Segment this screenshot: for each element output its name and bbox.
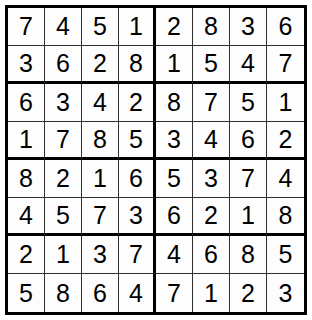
cell-r5c8[interactable]: 4 (267, 160, 304, 198)
cell-r7c1[interactable]: 2 (8, 236, 45, 274)
cell-r6c6[interactable]: 2 (193, 198, 230, 236)
cell-r5c2[interactable]: 2 (45, 160, 82, 198)
cell-r1c2[interactable]: 4 (45, 8, 82, 46)
cell-r1c4[interactable]: 1 (119, 8, 156, 46)
cell-r8c8[interactable]: 3 (267, 274, 304, 312)
cell-r2c5[interactable]: 1 (156, 46, 193, 84)
cell-r6c3[interactable]: 7 (82, 198, 119, 236)
cell-r6c8[interactable]: 8 (267, 198, 304, 236)
cell-r4c7[interactable]: 6 (230, 122, 267, 160)
cell-r7c8[interactable]: 5 (267, 236, 304, 274)
cell-r2c7[interactable]: 4 (230, 46, 267, 84)
cell-r1c7[interactable]: 3 (230, 8, 267, 46)
cell-r8c5[interactable]: 7 (156, 274, 193, 312)
cell-r3c6[interactable]: 7 (193, 84, 230, 122)
cell-r7c4[interactable]: 7 (119, 236, 156, 274)
cell-r4c1[interactable]: 1 (8, 122, 45, 160)
cell-r2c8[interactable]: 7 (267, 46, 304, 84)
cell-r3c2[interactable]: 3 (45, 84, 82, 122)
cell-r8c1[interactable]: 5 (8, 274, 45, 312)
cell-r6c1[interactable]: 4 (8, 198, 45, 236)
cell-r3c5[interactable]: 8 (156, 84, 193, 122)
cell-r4c6[interactable]: 4 (193, 122, 230, 160)
cell-r1c8[interactable]: 6 (267, 8, 304, 46)
cell-r7c3[interactable]: 3 (82, 236, 119, 274)
cell-r4c2[interactable]: 7 (45, 122, 82, 160)
cell-r8c4[interactable]: 4 (119, 274, 156, 312)
cell-r3c3[interactable]: 4 (82, 84, 119, 122)
cell-r7c2[interactable]: 1 (45, 236, 82, 274)
cell-r5c5[interactable]: 5 (156, 160, 193, 198)
cell-r6c4[interactable]: 3 (119, 198, 156, 236)
cell-r8c2[interactable]: 8 (45, 274, 82, 312)
cell-r2c6[interactable]: 5 (193, 46, 230, 84)
cell-r8c6[interactable]: 1 (193, 274, 230, 312)
cell-r7c7[interactable]: 8 (230, 236, 267, 274)
cell-r3c1[interactable]: 6 (8, 84, 45, 122)
cell-r1c5[interactable]: 2 (156, 8, 193, 46)
cell-r7c5[interactable]: 4 (156, 236, 193, 274)
cell-r1c1[interactable]: 7 (8, 8, 45, 46)
cell-r6c7[interactable]: 1 (230, 198, 267, 236)
cell-r5c1[interactable]: 8 (8, 160, 45, 198)
cell-r5c4[interactable]: 6 (119, 160, 156, 198)
cell-r6c2[interactable]: 5 (45, 198, 82, 236)
cell-r3c8[interactable]: 1 (267, 84, 304, 122)
cell-r2c1[interactable]: 3 (8, 46, 45, 84)
cell-r2c4[interactable]: 8 (119, 46, 156, 84)
cell-r2c3[interactable]: 2 (82, 46, 119, 84)
cell-r8c3[interactable]: 6 (82, 274, 119, 312)
cell-r6c5[interactable]: 6 (156, 198, 193, 236)
cell-r4c4[interactable]: 5 (119, 122, 156, 160)
cell-r3c7[interactable]: 5 (230, 84, 267, 122)
cell-r4c3[interactable]: 8 (82, 122, 119, 160)
cell-r8c7[interactable]: 2 (230, 274, 267, 312)
cell-r1c3[interactable]: 5 (82, 8, 119, 46)
cell-r5c3[interactable]: 1 (82, 160, 119, 198)
sudoku-board: 7451283636281547634287511785346282165374… (5, 5, 307, 315)
cell-r3c4[interactable]: 2 (119, 84, 156, 122)
cell-r4c8[interactable]: 2 (267, 122, 304, 160)
cell-r7c6[interactable]: 6 (193, 236, 230, 274)
cell-r2c2[interactable]: 6 (45, 46, 82, 84)
cell-r5c6[interactable]: 3 (193, 160, 230, 198)
cell-r1c6[interactable]: 8 (193, 8, 230, 46)
cell-r4c5[interactable]: 3 (156, 122, 193, 160)
cell-r5c7[interactable]: 7 (230, 160, 267, 198)
